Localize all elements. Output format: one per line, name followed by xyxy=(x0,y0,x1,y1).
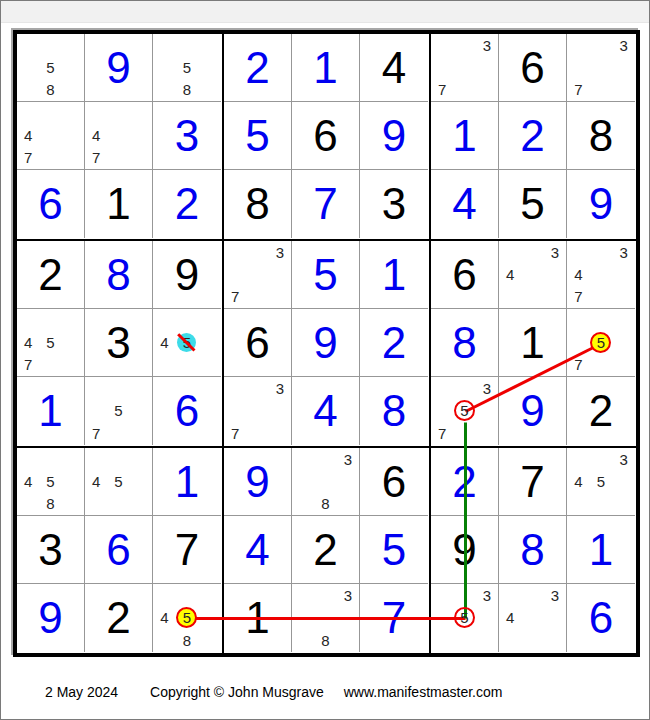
cell-r7c4[interactable]: 9 xyxy=(224,448,292,516)
given-digit: 6 xyxy=(382,460,406,504)
candidate-slot-8 xyxy=(39,147,61,169)
candidate-digit: 3 xyxy=(619,244,627,261)
candidate-slot-3: 3 xyxy=(337,448,359,470)
cell-r7c2[interactable]: 45 xyxy=(85,448,153,516)
cell-r8c8[interactable]: 8 xyxy=(499,516,567,584)
candidate-slot-5: 5 xyxy=(453,400,475,423)
cell-r6c5[interactable]: 4 xyxy=(292,377,360,445)
cell-r8c4[interactable]: 4 xyxy=(224,516,292,584)
candidate-slot-3: 3 xyxy=(269,377,291,400)
candidate-slot-1 xyxy=(153,584,176,607)
candidate-slot-1 xyxy=(431,34,453,56)
candidate-digit: 4 xyxy=(92,473,100,490)
solved-digit: 9 xyxy=(106,46,130,90)
candidate-grid: 457 xyxy=(17,309,84,376)
candidate-slot-6 xyxy=(269,400,291,423)
candidate-slot-4: 4 xyxy=(85,470,107,492)
candidate-slot-4 xyxy=(567,331,590,353)
cell-r3c8[interactable]: 5 xyxy=(499,170,567,238)
cell-r5c2[interactable]: 3 xyxy=(85,309,153,377)
toolbar-strip xyxy=(1,1,649,23)
solved-digit: 4 xyxy=(313,389,337,433)
candidate-slot-8 xyxy=(453,79,475,101)
candidate-slot-9 xyxy=(476,629,498,652)
candidate-slot-5: 5 xyxy=(590,331,613,353)
solved-digit: 1 xyxy=(452,114,476,158)
solved-digit: 9 xyxy=(245,460,269,504)
cell-r8c2[interactable]: 6 xyxy=(85,516,153,584)
candidate-slot-5: 5 xyxy=(39,56,61,78)
candidate-slot-1 xyxy=(17,448,39,470)
candidate-slot-9 xyxy=(544,286,566,308)
cell-r3c2[interactable]: 1 xyxy=(85,170,153,238)
footer-url: www.manifestmaster.com xyxy=(344,684,503,700)
candidate-slot-9 xyxy=(476,79,498,101)
candidate-slot-4: 4 xyxy=(499,263,521,285)
candidate-slot-8: 8 xyxy=(176,629,199,652)
solved-digit: 6 xyxy=(106,528,130,572)
candidate-slot-2 xyxy=(521,241,543,263)
candidate-slot-6 xyxy=(337,470,359,492)
candidate-slot-4 xyxy=(567,56,590,78)
cell-r1c1[interactable]: 58 xyxy=(17,34,85,102)
candidate-slot-7: 7 xyxy=(567,354,590,376)
cell-r7c9[interactable]: 345 xyxy=(567,448,635,516)
candidate-slot-1 xyxy=(85,448,107,470)
candidate-digit: 7 xyxy=(92,425,100,442)
candidate-slot-6 xyxy=(612,331,635,353)
footer-copyright: Copyright © John Musgrave xyxy=(150,684,324,700)
candidate-digit: 4 xyxy=(92,127,100,144)
cell-r6c8[interactable]: 9 xyxy=(499,377,567,445)
candidate-digit: 5 xyxy=(176,607,197,628)
candidate-slot-9 xyxy=(62,354,84,376)
candidate-digit: 8 xyxy=(183,632,191,649)
cell-r1c4[interactable]: 2 xyxy=(224,34,292,102)
box-6: 634347815735792 xyxy=(430,240,637,447)
candidate-digit: 5 xyxy=(46,334,54,351)
box-1: 5895847473612 xyxy=(16,33,223,240)
candidate-slot-1 xyxy=(292,584,314,607)
cell-r2c3[interactable]: 3 xyxy=(153,102,221,170)
candidate-slot-4: 4 xyxy=(17,331,39,353)
candidate-digit: 7 xyxy=(574,356,582,373)
candidate-slot-9 xyxy=(612,79,635,101)
candidate-grid: 58 xyxy=(153,34,221,101)
candidate-slot-7 xyxy=(17,493,39,515)
candidate-slot-8: 8 xyxy=(314,629,336,652)
candidate-slot-1 xyxy=(153,309,176,331)
candidate-slot-1 xyxy=(17,102,39,124)
cell-r2c4[interactable]: 5 xyxy=(224,102,292,170)
candidate-digit: 7 xyxy=(231,425,239,442)
solved-digit: 4 xyxy=(245,528,269,572)
candidate-grid: 38 xyxy=(292,448,359,515)
candidate-slot-8: 8 xyxy=(176,79,199,101)
cell-r5c6[interactable]: 2 xyxy=(360,309,428,377)
candidate-digit: 5 xyxy=(597,473,605,490)
cell-r7c3[interactable]: 1 xyxy=(153,448,221,516)
candidate-grid: 458 xyxy=(153,584,221,652)
solved-digit: 9 xyxy=(382,114,406,158)
candidate-slot-7 xyxy=(499,286,521,308)
given-digit: 3 xyxy=(382,182,406,226)
given-digit: 7 xyxy=(520,460,544,504)
candidate-digit: 3 xyxy=(344,587,352,604)
candidate-slot-1 xyxy=(499,584,521,607)
candidate-slot-3 xyxy=(612,309,635,331)
candidate-slot-3: 3 xyxy=(544,241,566,263)
candidate-slot-5 xyxy=(453,56,475,78)
given-digit: 6 xyxy=(520,46,544,90)
cell-r3c6[interactable]: 3 xyxy=(360,170,428,238)
cell-r9c9[interactable]: 6 xyxy=(567,584,635,652)
candidate-grid: 35 xyxy=(431,584,498,652)
solved-digit: 5 xyxy=(245,114,269,158)
cell-r4c7[interactable]: 6 xyxy=(431,241,499,309)
cell-r5c1[interactable]: 457 xyxy=(17,309,85,377)
cell-r5c4[interactable]: 6 xyxy=(224,309,292,377)
cell-r4c4[interactable]: 37 xyxy=(224,241,292,309)
candidate-slot-9 xyxy=(269,286,291,308)
cell-r1c9[interactable]: 37 xyxy=(567,34,635,102)
candidate-slot-1 xyxy=(431,584,453,607)
candidate-digit: 3 xyxy=(551,244,559,261)
cell-r2c9[interactable]: 8 xyxy=(567,102,635,170)
candidate-slot-7: 7 xyxy=(17,147,39,169)
cell-r9c8[interactable]: 34 xyxy=(499,584,567,652)
candidate-slot-9 xyxy=(544,629,566,652)
cell-r3c1[interactable]: 6 xyxy=(17,170,85,238)
candidate-grid: 37 xyxy=(224,241,291,308)
candidate-digit: 4 xyxy=(160,609,168,626)
cell-r1c5[interactable]: 1 xyxy=(292,34,360,102)
cell-r2c5[interactable]: 6 xyxy=(292,102,360,170)
candidate-slot-8 xyxy=(453,629,475,652)
candidate-slot-2 xyxy=(39,309,61,331)
candidate-slot-5 xyxy=(39,124,61,146)
cell-r7c7[interactable]: 2 xyxy=(431,448,499,516)
given-digit: 8 xyxy=(589,114,613,158)
candidate-slot-6 xyxy=(337,607,359,630)
candidate-slot-2 xyxy=(453,584,475,607)
solved-digit: 6 xyxy=(175,389,199,433)
cell-r4c2[interactable]: 8 xyxy=(85,241,153,309)
candidate-digit: 8 xyxy=(321,632,329,649)
candidate-slot-5: 5 xyxy=(176,331,199,353)
given-digit: 7 xyxy=(175,528,199,572)
candidate-digit: 5 xyxy=(177,333,196,352)
candidate-slot-8 xyxy=(590,354,613,376)
candidate-slot-1 xyxy=(224,241,246,263)
box-2: 214569873 xyxy=(223,33,430,240)
candidate-slot-7 xyxy=(153,79,176,101)
cell-r9c4[interactable]: 1 xyxy=(224,584,292,652)
cell-r5c7[interactable]: 8 xyxy=(431,309,499,377)
candidate-slot-5: 5 xyxy=(453,607,475,630)
candidate-slot-3 xyxy=(130,448,152,470)
cell-r4c9[interactable]: 347 xyxy=(567,241,635,309)
candidate-slot-6 xyxy=(130,400,152,423)
candidate-slot-1 xyxy=(567,241,590,263)
solved-digit: 6 xyxy=(589,596,613,640)
cell-r9c5[interactable]: 38 xyxy=(292,584,360,652)
solved-digit: 5 xyxy=(313,253,337,297)
cell-r6c3[interactable]: 6 xyxy=(153,377,221,445)
candidate-slot-4: 4 xyxy=(17,124,39,146)
cell-r7c6[interactable]: 6 xyxy=(360,448,428,516)
candidate-slot-5: 5 xyxy=(107,470,129,492)
given-digit: 9 xyxy=(175,253,199,297)
cell-r8c6[interactable]: 5 xyxy=(360,516,428,584)
cell-r8c3[interactable]: 7 xyxy=(153,516,221,584)
box-4: 2894573451576 xyxy=(16,240,223,447)
solved-digit: 3 xyxy=(175,114,199,158)
cell-r1c8[interactable]: 6 xyxy=(499,34,567,102)
candidate-slot-6 xyxy=(62,331,84,353)
box-9: 2734598135346 xyxy=(430,447,637,654)
candidate-slot-8 xyxy=(176,354,199,376)
candidate-slot-7: 7 xyxy=(224,286,246,308)
cell-r8c5[interactable]: 2 xyxy=(292,516,360,584)
cell-r4c3[interactable]: 9 xyxy=(153,241,221,309)
candidate-grid: 34 xyxy=(499,584,566,652)
candidate-grid: 57 xyxy=(567,309,635,376)
candidate-slot-8: 8 xyxy=(39,493,61,515)
candidate-digit: 7 xyxy=(24,356,32,373)
cell-r6c1[interactable]: 1 xyxy=(17,377,85,445)
candidate-digit: 8 xyxy=(183,81,191,98)
candidate-digit: 8 xyxy=(321,495,329,512)
candidate-slot-9 xyxy=(130,493,152,515)
candidate-slot-6 xyxy=(62,470,84,492)
cell-r4c6[interactable]: 1 xyxy=(360,241,428,309)
cell-r1c3[interactable]: 58 xyxy=(153,34,221,102)
cell-r2c1[interactable]: 47 xyxy=(17,102,85,170)
candidate-slot-2 xyxy=(590,34,613,56)
candidate-slot-1 xyxy=(499,241,521,263)
given-digit: 2 xyxy=(313,528,337,572)
candidate-slot-9 xyxy=(612,286,635,308)
solved-digit: 9 xyxy=(520,389,544,433)
cell-r8c1[interactable]: 3 xyxy=(17,516,85,584)
candidate-slot-7 xyxy=(17,79,39,101)
candidate-grid: 458 xyxy=(17,448,84,515)
candidate-digit: 3 xyxy=(344,451,352,468)
given-digit: 6 xyxy=(452,253,476,297)
candidate-slot-2 xyxy=(590,241,613,263)
candidate-digit: 7 xyxy=(574,288,582,305)
candidate-slot-9 xyxy=(62,147,84,169)
cell-r3c9[interactable]: 9 xyxy=(567,170,635,238)
cell-r1c6[interactable]: 4 xyxy=(360,34,428,102)
candidate-slot-3 xyxy=(62,448,84,470)
candidate-slot-3 xyxy=(62,34,84,56)
candidate-slot-6 xyxy=(544,607,566,630)
cell-r3c5[interactable]: 7 xyxy=(292,170,360,238)
footer-date: 2 May 2024 xyxy=(45,684,118,700)
candidate-slot-9 xyxy=(130,147,152,169)
candidate-slot-4 xyxy=(431,400,453,423)
given-digit: 1 xyxy=(106,182,130,226)
candidate-slot-4: 4 xyxy=(499,607,521,630)
candidate-grid: 357 xyxy=(431,377,498,445)
candidate-slot-4 xyxy=(85,400,107,423)
candidate-slot-6 xyxy=(476,56,498,78)
candidate-digit: 7 xyxy=(438,81,446,98)
given-digit: 6 xyxy=(245,321,269,365)
candidate-digit: 3 xyxy=(276,380,284,397)
candidate-slot-4 xyxy=(17,56,39,78)
cell-r6c7[interactable]: 357 xyxy=(431,377,499,445)
solved-digit: 9 xyxy=(38,596,62,640)
candidate-digit: 3 xyxy=(483,380,491,397)
given-digit: 2 xyxy=(106,596,130,640)
cell-r1c2[interactable]: 9 xyxy=(85,34,153,102)
candidate-digit: 3 xyxy=(619,37,627,54)
candidate-digit: 4 xyxy=(506,266,514,283)
candidate-slot-8 xyxy=(590,79,613,101)
candidate-digit: 5 xyxy=(454,400,475,421)
candidate-grid: 37 xyxy=(567,34,635,101)
candidate-slot-2 xyxy=(39,102,61,124)
candidate-digit: 5 xyxy=(46,473,54,490)
cell-r9c1[interactable]: 9 xyxy=(17,584,85,652)
solved-digit: 7 xyxy=(382,596,406,640)
candidate-slot-4: 4 xyxy=(153,607,176,630)
candidate-slot-1 xyxy=(567,309,590,331)
candidate-slot-2 xyxy=(521,584,543,607)
cell-r9c7[interactable]: 35 xyxy=(431,584,499,652)
footer: 2 May 2024 Copyright © John Musgrave www… xyxy=(45,684,502,700)
candidate-slot-7 xyxy=(85,493,107,515)
candidate-digit: 5 xyxy=(454,607,475,628)
candidate-grid: 34 xyxy=(499,241,566,308)
candidate-digit: 3 xyxy=(483,587,491,604)
candidate-slot-8 xyxy=(107,147,129,169)
candidate-slot-9 xyxy=(269,422,291,445)
cell-r9c3[interactable]: 458 xyxy=(153,584,221,652)
candidate-slot-1 xyxy=(224,377,246,400)
candidate-slot-3: 3 xyxy=(544,584,566,607)
cell-r3c3[interactable]: 2 xyxy=(153,170,221,238)
candidate-slot-8 xyxy=(246,286,268,308)
cell-r9c2[interactable]: 2 xyxy=(85,584,153,652)
candidate-slot-4 xyxy=(292,470,314,492)
cell-r4c5[interactable]: 5 xyxy=(292,241,360,309)
candidate-digit: 4 xyxy=(24,127,32,144)
candidate-digit: 5 xyxy=(590,332,611,353)
given-digit: 2 xyxy=(589,389,613,433)
candidate-slot-6 xyxy=(62,56,84,78)
cell-r4c8[interactable]: 34 xyxy=(499,241,567,309)
cell-r2c8[interactable]: 2 xyxy=(499,102,567,170)
cell-r1c7[interactable]: 37 xyxy=(431,34,499,102)
candidate-slot-5: 5 xyxy=(176,56,199,78)
candidate-digit: 5 xyxy=(114,473,122,490)
solved-digit: 8 xyxy=(106,253,130,297)
cell-r5c3[interactable]: 45 xyxy=(153,309,221,377)
cell-r5c9[interactable]: 57 xyxy=(567,309,635,377)
candidate-slot-5: 5 xyxy=(176,607,199,630)
candidate-slot-4 xyxy=(153,56,176,78)
cell-r2c6[interactable]: 9 xyxy=(360,102,428,170)
candidate-digit: 4 xyxy=(574,473,582,490)
candidate-slot-6 xyxy=(612,263,635,285)
solved-digit: 8 xyxy=(382,389,406,433)
solved-digit: 1 xyxy=(382,253,406,297)
candidate-slot-8 xyxy=(521,629,543,652)
candidate-slot-6 xyxy=(612,470,635,492)
candidate-slot-1 xyxy=(85,102,107,124)
cell-r2c2[interactable]: 47 xyxy=(85,102,153,170)
cell-r6c4[interactable]: 37 xyxy=(224,377,292,445)
candidate-slot-3 xyxy=(198,309,221,331)
candidate-grid: 47 xyxy=(85,102,152,169)
candidate-slot-3 xyxy=(62,102,84,124)
cell-r3c7[interactable]: 4 xyxy=(431,170,499,238)
candidate-slot-7 xyxy=(567,493,590,515)
cell-r2c7[interactable]: 1 xyxy=(431,102,499,170)
given-digit: 1 xyxy=(520,321,544,365)
given-digit: 6 xyxy=(313,114,337,158)
candidate-slot-6 xyxy=(198,607,221,630)
candidate-slot-9 xyxy=(62,79,84,101)
candidate-digit: 5 xyxy=(183,59,191,76)
candidate-slot-9 xyxy=(62,493,84,515)
candidate-slot-1 xyxy=(85,377,107,400)
candidate-slot-3: 3 xyxy=(612,34,635,56)
candidate-slot-5 xyxy=(107,124,129,146)
cell-r9c6[interactable]: 7 xyxy=(360,584,428,652)
candidate-slot-2 xyxy=(39,34,61,56)
candidate-slot-9 xyxy=(198,629,221,652)
solved-digit: 1 xyxy=(313,46,337,90)
candidate-slot-8: 8 xyxy=(39,79,61,101)
candidate-slot-5 xyxy=(590,263,613,285)
candidate-slot-6 xyxy=(62,124,84,146)
cell-r7c5[interactable]: 38 xyxy=(292,448,360,516)
given-digit: 9 xyxy=(452,528,476,572)
candidate-slot-4: 4 xyxy=(567,263,590,285)
candidate-slot-4 xyxy=(431,56,453,78)
cell-r7c1[interactable]: 458 xyxy=(17,448,85,516)
cell-r6c2[interactable]: 57 xyxy=(85,377,153,445)
cell-r8c9[interactable]: 1 xyxy=(567,516,635,584)
candidate-grid: 38 xyxy=(292,584,359,652)
candidate-digit: 4 xyxy=(506,609,514,626)
cell-r6c9[interactable]: 2 xyxy=(567,377,635,445)
solved-digit: 8 xyxy=(520,528,544,572)
box-3: 37637128459 xyxy=(430,33,637,240)
candidate-slot-2 xyxy=(246,241,268,263)
cell-r7c8[interactable]: 7 xyxy=(499,448,567,516)
cell-r5c8[interactable]: 1 xyxy=(499,309,567,377)
cell-r3c4[interactable]: 8 xyxy=(224,170,292,238)
solved-digit: 7 xyxy=(313,182,337,226)
red-strike xyxy=(178,333,196,351)
candidate-slot-7 xyxy=(431,629,453,652)
cell-r6c6[interactable]: 8 xyxy=(360,377,428,445)
candidate-slot-7 xyxy=(292,629,314,652)
candidate-slot-6 xyxy=(130,124,152,146)
candidate-digit: 8 xyxy=(46,81,54,98)
cell-r4c1[interactable]: 2 xyxy=(17,241,85,309)
cell-r5c5[interactable]: 9 xyxy=(292,309,360,377)
solved-digit: 8 xyxy=(452,321,476,365)
cell-r8c7[interactable]: 9 xyxy=(431,516,499,584)
solved-digit: 2 xyxy=(382,321,406,365)
